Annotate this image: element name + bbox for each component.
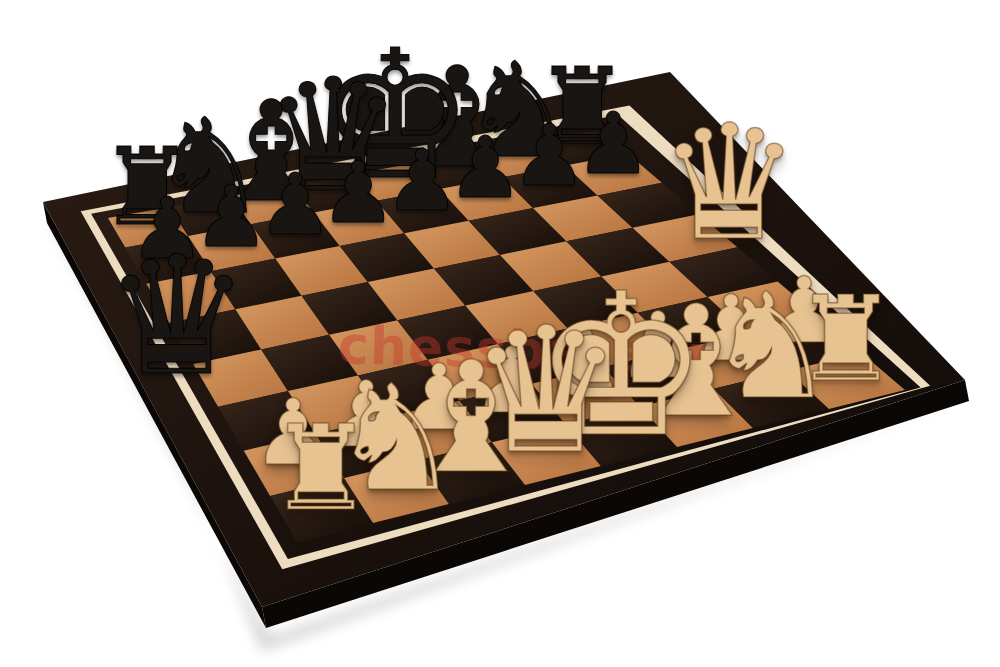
chess-set-product-photo: ♜♞♝♛♚♝♞♜♟♟♟♟♟♟♟♟♟♟♟♟♟♟♟♟♜♞♝♛♚♝♞♜♛♛ chess… xyxy=(0,0,1000,667)
piece-white-rook-a1[interactable]: ♜ xyxy=(268,409,374,527)
extra-black-queen[interactable]: ♛ xyxy=(103,235,250,399)
extra-white-queen[interactable]: ♛ xyxy=(658,103,801,262)
